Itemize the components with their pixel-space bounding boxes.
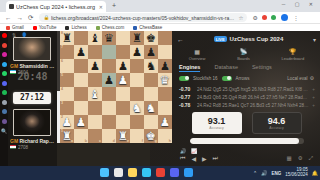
search-icon[interactable] (114, 168, 123, 177)
square-b4[interactable] (74, 87, 88, 101)
broadcast-header: ← LIVE UzChess Cup 2024 ▾ (173, 33, 320, 45)
piece-black-queen[interactable]: ♛ (102, 31, 116, 45)
engine-lines: -0.7024.Nd2 Qg5 25.Qxg5 hxg5 26.Nb3 Rd8 … (179, 85, 315, 109)
square-e2[interactable] (116, 115, 130, 129)
lichess-page: 🔍 ⇅ 👤 GM Shamsiddin Vokhidov 2604 20:48 … (0, 31, 320, 166)
browser-tabstrip: UzChess Cup 2024 • lichess.org ✕ + ─ ▢ ✕ (0, 0, 320, 12)
accuracy-card-black: 94.6 Accuracy (252, 112, 302, 134)
square-g3[interactable]: ♞ (144, 101, 158, 115)
vscode-icon[interactable] (184, 168, 193, 177)
url-text[interactable]: lichess.org/broadcast/2024-uzchess-cup-m… (51, 15, 236, 21)
tab-overview[interactable]: ▦Overview (189, 48, 206, 63)
square-c3[interactable] (88, 101, 102, 115)
square-c5[interactable] (88, 73, 102, 87)
tab-title: UzChess Cup 2024 • lichess.org (16, 4, 97, 10)
square-c1[interactable]: c (88, 129, 102, 143)
piece-white-pawn[interactable]: ♟ (116, 73, 130, 87)
subtab-engines[interactable]: Engines (179, 64, 200, 72)
rank-coord: 6 (61, 59, 63, 63)
square-f2[interactable] (130, 115, 144, 129)
chrome-icon[interactable] (156, 168, 165, 177)
file-coord: b (85, 139, 87, 143)
search-icon[interactable]: 🔍 (1, 128, 7, 134)
square-g1[interactable]: g♚ (144, 129, 158, 143)
square-b5[interactable] (74, 73, 88, 87)
rank-coord: 3 (61, 101, 63, 105)
square-e1[interactable]: e♜ (116, 129, 130, 143)
square-a3[interactable]: 3 (60, 101, 74, 115)
square-d5[interactable]: ♟ (102, 73, 116, 87)
square-e3[interactable] (116, 101, 130, 115)
piece-white-queen[interactable]: ♛ (158, 73, 172, 87)
engine-toggles-row: Stockfish 16ArrowsLocal eval⚙ (179, 75, 314, 81)
profile-avatar[interactable] (281, 14, 288, 21)
bookmark-favicon (65, 26, 69, 30)
player-bottom-title: GM (10, 138, 18, 144)
square-g5[interactable] (144, 73, 158, 87)
back-arrow-icon[interactable]: ← (177, 36, 184, 43)
square-h1[interactable]: h (158, 129, 172, 143)
whatsapp-icon[interactable] (2, 71, 7, 76)
square-b7[interactable]: ♟ (74, 45, 88, 59)
square-d4[interactable] (102, 87, 116, 101)
telegram-icon[interactable] (2, 62, 7, 67)
spotify-icon[interactable] (2, 90, 7, 95)
accuracy-card-white: 93.1 Accuracy (192, 112, 242, 134)
tab-boards[interactable]: 📡Boards (237, 48, 250, 63)
window-controls[interactable]: ─ ▢ ✕ (282, 1, 317, 7)
square-e4[interactable] (116, 87, 130, 101)
board-menu-icon[interactable]: ▦ (286, 155, 291, 162)
instagram-icon[interactable] (2, 52, 7, 57)
square-f3[interactable]: ♞ (130, 101, 144, 115)
accuracy-black-caption: Accuracy (269, 126, 283, 130)
toggle-stockfish-16[interactable] (179, 76, 189, 81)
subtab-database[interactable]: Database (214, 64, 238, 72)
rank-coord: 5 (61, 73, 63, 77)
piece-white-king[interactable]: ♚ (144, 129, 158, 143)
toggle-arrows[interactable] (222, 76, 232, 81)
square-d2[interactable] (102, 115, 116, 129)
broadcast-panel: ← LIVE UzChess Cup 2024 ▾ ▦Overview📡Boar… (173, 31, 320, 166)
piece-white-knight[interactable]: ♞ (130, 101, 144, 115)
windows-taskbar: ⌃ 🔊 ENG 19:05 15/06/2024 🔔 (0, 166, 320, 180)
player-top-clock: 20:48 (8, 71, 57, 82)
bookmark-item[interactable]: YouTube (33, 25, 57, 30)
tab-leaderboard[interactable]: 🏆Leaderboard (281, 48, 304, 63)
tray-expand-icon[interactable]: ⌃ (253, 170, 257, 176)
bookmark-item[interactable]: Gmail (6, 25, 24, 30)
move-navigation: ⏮ ◀ ▶ ⏭ ▦⚙⤢ (180, 155, 313, 162)
first-move-button[interactable]: ⏮ (180, 155, 185, 162)
discord-icon[interactable] (2, 81, 7, 86)
piece-black-rook[interactable]: ♜ (130, 31, 144, 45)
broadcast-title[interactable]: UzChess Cup 2024 (230, 36, 284, 42)
square-b6[interactable] (74, 59, 88, 73)
bookmark-item[interactable]: Lichess (65, 25, 86, 30)
accuracy-black-value: 94.6 (268, 116, 286, 126)
player-bottom-rating: 2708 (10, 145, 55, 150)
engine-eval: -0.77 (179, 94, 194, 100)
new-tab-button[interactable]: + (112, 2, 116, 9)
square-d3[interactable] (102, 101, 116, 115)
piece-white-rook[interactable]: ♜ (60, 129, 74, 143)
square-c6[interactable]: ♟ (88, 59, 102, 73)
square-d7[interactable] (102, 45, 116, 59)
square-f5[interactable] (130, 73, 144, 87)
hungary-flag-icon (10, 145, 16, 149)
square-d6[interactable] (102, 59, 116, 73)
extensions-puzzle-icon[interactable]: ⚙ (252, 14, 257, 21)
file-coord: c (99, 139, 101, 143)
square-b1[interactable]: b (74, 129, 88, 143)
player-top-photo (13, 37, 51, 61)
bookmark-favicon (33, 26, 37, 30)
browser-sidebar-rail: 🔍 (0, 31, 8, 166)
square-h8[interactable] (158, 31, 172, 45)
engine-moves: 24.Re2 Rd8 25.Rae1 Qc7 26.Bd3 c5 27.Nh4 … (197, 103, 309, 108)
eval-gauge-white (190, 138, 299, 144)
gmail-icon[interactable] (2, 43, 7, 48)
tray-date: 15/06/2024 (285, 173, 308, 178)
file-coord: h (169, 139, 171, 143)
square-b2[interactable]: ♟ (74, 115, 88, 129)
square-a8[interactable]: 8♜ (60, 31, 74, 45)
square-h5[interactable]: ♛ (158, 73, 172, 87)
system-tray: ⌃ 🔊 ENG 19:05 15/06/2024 🔔 (253, 166, 318, 180)
eval-gauge (190, 138, 304, 144)
start-button[interactable] (100, 168, 109, 177)
square-e8[interactable] (116, 31, 130, 45)
piece-black-king[interactable]: ♚ (144, 31, 158, 45)
engine-line[interactable]: -0.7824.Re2 Rd8 25.Rae1 Qc7 26.Bd3 c5 27… (179, 101, 315, 109)
subtab-settings[interactable]: Settings (252, 64, 272, 72)
accuracy-cards: 93.1 Accuracy 94.6 Accuracy (173, 112, 320, 134)
edge-icon[interactable] (142, 168, 151, 177)
piece-black-knight[interactable]: ♞ (144, 59, 158, 73)
chevron-down-icon[interactable]: ▾ (313, 36, 316, 43)
square-b8[interactable] (74, 31, 88, 45)
forward-button[interactable]: → (17, 14, 24, 21)
tray-language[interactable]: ENG (271, 171, 281, 176)
square-a1[interactable]: 1a♜ (60, 129, 74, 143)
piece-black-pawn[interactable]: ♟ (116, 59, 130, 73)
square-a4[interactable]: 4 (60, 87, 74, 101)
close-tab-icon[interactable]: ✕ (99, 4, 103, 10)
engine-line[interactable]: -0.7724.Bd3 Qb6 25.Qg4 Rd8 26.h4 c5 27.h… (179, 93, 315, 101)
gear-icon[interactable]: ⚙ (310, 75, 314, 81)
bookmark-favicon (133, 26, 137, 30)
browser-tab[interactable]: UzChess Cup 2024 • lichess.org ✕ (6, 1, 106, 12)
engine-moves: 24.Bd3 Qb6 25.Qg4 Rd8 26.h4 c5 27.h5 Ne7… (197, 95, 309, 100)
lichess-favicon (9, 4, 14, 9)
piece-white-bishop[interactable]: ♝ (88, 87, 102, 101)
expand-icon[interactable]: ⤢ (309, 155, 313, 162)
steam-icon[interactable] (2, 100, 7, 105)
square-f8[interactable]: ♜ (130, 31, 144, 45)
square-d1[interactable]: d (102, 129, 116, 143)
player-bottom-clock-active: 27:12 (13, 92, 51, 104)
piece-black-pawn[interactable]: ♟ (144, 45, 158, 59)
piece-white-rook[interactable]: ♜ (116, 129, 130, 143)
reload-button[interactable]: ⟳ (28, 14, 33, 22)
bookmark-favicon (96, 26, 100, 30)
square-h6[interactable]: ♟ (158, 59, 172, 73)
bookmark-favicon (6, 26, 10, 30)
local-eval-label: Local eval (287, 76, 307, 81)
square-g8[interactable]: ♚ (144, 31, 158, 45)
explorer-icon[interactable] (128, 168, 137, 177)
chess-board[interactable]: 8♜♝♛♜♚7♟♟♟6♟♟♞♟5♟♟♛4♝3♞♞2♟♟♟1a♜bcde♜fg♚h (60, 31, 172, 143)
square-g2[interactable] (144, 115, 158, 129)
screen: UzChess Cup 2024 • lichess.org ✕ + ─ ▢ ✕… (0, 0, 320, 180)
accuracy-white-caption: Accuracy (209, 126, 223, 130)
square-f1[interactable]: f (130, 129, 144, 143)
square-a2[interactable]: 2♟ (60, 115, 74, 129)
broadcast-tabs: ▦Overview📡Boards🏆Leaderboard (173, 48, 320, 63)
piece-black-pawn[interactable]: ♟ (74, 45, 88, 59)
back-button[interactable]: ← (5, 14, 12, 21)
trophy-icon: 🏆 (289, 48, 297, 55)
expand-line-icon[interactable]: + (312, 103, 315, 108)
prev-move-button[interactable]: ◀ (191, 155, 196, 162)
file-coord: d (113, 139, 115, 143)
piece-black-pawn[interactable]: ♟ (102, 73, 116, 87)
browser-toolbar: ← → ⟳ 🔒 lichess.org/broadcast/2024-uzche… (0, 12, 320, 24)
engine-moves: 24.Nd2 Qg5 25.Qxg5 hxg5 26.Nb3 Rd8 27.Ra… (197, 87, 309, 92)
github-icon[interactable] (2, 119, 7, 124)
discord-icon[interactable] (170, 168, 179, 177)
player-bottom-name[interactable]: GM Richard Rapport (10, 138, 55, 144)
square-c4[interactable]: ♝ (88, 87, 102, 101)
tray-notification-icon[interactable]: 🔔 (312, 170, 318, 176)
engine-line[interactable]: -0.7024.Nd2 Qg5 25.Qxg5 hxg5 26.Nb3 Rd8 … (179, 85, 315, 93)
util-icons-row: 🔊📈 (180, 148, 220, 154)
square-g6[interactable]: ♞ (144, 59, 158, 73)
bookmark-item[interactable]: Chess.com (96, 25, 125, 30)
vk-icon[interactable] (2, 109, 7, 114)
square-h7[interactable] (158, 45, 172, 59)
lock-icon: 🔒 (43, 15, 49, 20)
player-bottom-photo (13, 109, 51, 136)
square-e7[interactable] (116, 45, 130, 59)
square-f7[interactable]: ♟ (130, 45, 144, 59)
piece-black-rook[interactable]: ♜ (60, 31, 74, 45)
eval-chart-icon[interactable]: 📈 (191, 148, 197, 154)
piece-black-pawn[interactable]: ♟ (158, 59, 172, 73)
expand-line-icon[interactable]: + (312, 95, 315, 100)
square-c7[interactable] (88, 45, 102, 59)
volume-icon[interactable]: 🔊 (180, 148, 186, 154)
square-e6[interactable]: ♟ (116, 59, 130, 73)
extension-icon-green[interactable] (271, 15, 276, 20)
square-c2[interactable] (88, 115, 102, 129)
broadcast-antenna-icon: 📡 (240, 48, 248, 55)
overview-grid-icon: ▦ (194, 48, 200, 55)
rank-coord: 7 (61, 45, 63, 49)
expand-line-icon[interactable]: + (312, 87, 315, 92)
player-top-title: GM (10, 63, 18, 69)
settings-gear-icon[interactable]: ⚙ (298, 155, 303, 162)
bookmark-star-icon[interactable]: ☆ (239, 15, 244, 21)
bookmarks-bar: GmailYouTubeLichessChess.comChessBase (0, 24, 320, 31)
engine-eval: -0.70 (179, 86, 194, 92)
square-h3[interactable] (158, 101, 172, 115)
tray-clock[interactable]: 19:05 15/06/2024 (285, 168, 308, 178)
live-badge: LIVE (214, 36, 227, 42)
square-e5[interactable]: ♟ (116, 73, 130, 87)
square-g4[interactable] (144, 87, 158, 101)
piece-white-pawn[interactable]: ♟ (74, 115, 88, 129)
last-move-button[interactable]: ⏭ (213, 155, 218, 162)
piece-white-pawn[interactable]: ♟ (60, 115, 74, 129)
engine-eval: -0.78 (179, 102, 194, 108)
tray-volume-icon[interactable]: 🔊 (261, 170, 267, 176)
accuracy-white-value: 93.1 (208, 116, 226, 126)
browser-menu-icon[interactable]: ⋮ (293, 14, 299, 21)
player-top-name[interactable]: GM Shamsiddin Vokhidov (10, 63, 55, 69)
piece-white-pawn[interactable]: ♟ (158, 115, 172, 129)
extension-icon-red[interactable] (262, 15, 267, 20)
url-bar[interactable]: 🔒 lichess.org/broadcast/2024-uzchess-cup… (39, 13, 247, 22)
square-a7[interactable]: 7 (60, 45, 74, 59)
square-b3[interactable] (74, 101, 88, 115)
piece-black-bishop[interactable]: ♝ (88, 31, 102, 45)
square-a5[interactable]: 5 (60, 73, 74, 87)
square-a6[interactable]: 6 (60, 59, 74, 73)
square-h4[interactable] (158, 87, 172, 101)
square-c8[interactable]: ♝ (88, 31, 102, 45)
square-g7[interactable]: ♟ (144, 45, 158, 59)
square-f6[interactable] (130, 59, 144, 73)
rank-coord: 4 (61, 87, 63, 91)
taskbar-apps (100, 168, 193, 177)
analysis-subtabs: EnginesDatabaseSettings (179, 64, 314, 72)
piece-white-knight[interactable]: ♞ (144, 101, 158, 115)
piece-black-pawn[interactable]: ♟ (88, 59, 102, 73)
square-f4[interactable] (130, 87, 144, 101)
bookmark-item[interactable]: ChessBase (133, 25, 162, 30)
piece-black-pawn[interactable]: ♟ (130, 45, 144, 59)
youtube-icon[interactable] (2, 33, 7, 38)
next-move-button[interactable]: ▶ (202, 155, 207, 162)
players-column: ⇅ 👤 GM Shamsiddin Vokhidov 2604 20:48 27… (8, 31, 57, 166)
square-h2[interactable]: ♟ (158, 115, 172, 129)
square-d8[interactable]: ♛ (102, 31, 116, 45)
file-coord: f (142, 139, 143, 143)
